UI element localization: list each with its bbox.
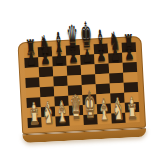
photo-background: ♜♞♝♛♚♝♞♜♟♟♟♟♟♟♟♟♟♟♟♟♟♟♟♟♜♞♝♛♚♝♞♜: [0, 0, 160, 160]
chess-board: ♜♞♝♛♚♝♞♜♟♟♟♟♟♟♟♟♟♟♟♟♟♟♟♟♜♞♝♛♚♝♞♜: [17, 36, 146, 143]
piece-black-bishop: ♝: [52, 28, 64, 57]
piece-black-bishop: ♝: [94, 26, 106, 55]
piece-black-queen: ♛: [66, 22, 79, 56]
board-grid: ♜♞♝♛♚♝♞♜♟♟♟♟♟♟♟♟♟♟♟♟♟♟♟♟♜♞♝♛♚♝♞♜: [24, 42, 140, 128]
piece-black-knight: ♞: [108, 28, 121, 54]
square-f1[interactable]: ♝: [97, 113, 112, 124]
piece-black-knight: ♞: [38, 31, 51, 57]
square-e1[interactable]: ♚: [83, 114, 98, 125]
square-h1[interactable]: ♜: [125, 112, 140, 123]
piece-black-king: ♚: [80, 18, 93, 55]
square-d1[interactable]: ♛: [69, 115, 84, 126]
square-c1[interactable]: ♝: [55, 116, 70, 127]
piece-black-rook: ♜: [25, 37, 37, 58]
square-g1[interactable]: ♞: [111, 113, 126, 124]
square-b1[interactable]: ♞: [41, 116, 56, 127]
piece-black-rook: ♜: [123, 31, 135, 52]
square-a1[interactable]: ♜: [27, 117, 42, 128]
board-frame: ♜♞♝♛♚♝♞♜♟♟♟♟♟♟♟♟♟♟♟♟♟♟♟♟♜♞♝♛♚♝♞♜: [17, 36, 146, 134]
